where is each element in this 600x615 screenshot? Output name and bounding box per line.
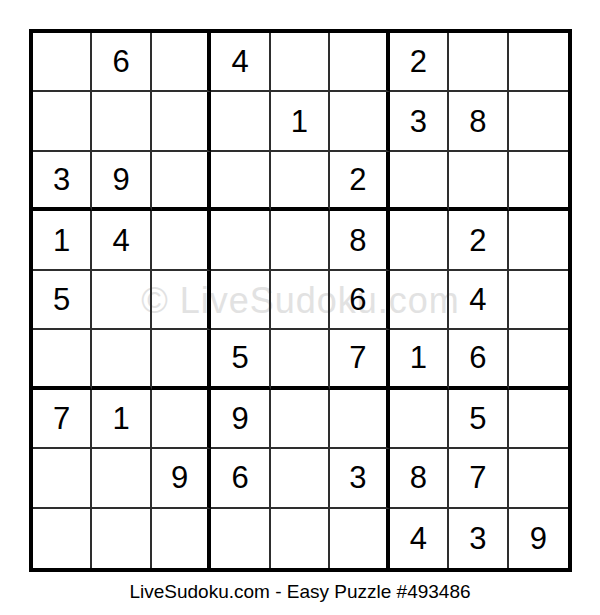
cell-r6c2[interactable] <box>92 330 151 389</box>
cell-r4c6[interactable]: 8 <box>330 211 389 270</box>
cell-r5c5[interactable] <box>271 271 330 330</box>
cell-r1c4[interactable]: 4 <box>211 33 270 92</box>
cell-r3c6[interactable]: 2 <box>330 152 389 211</box>
sudoku-page: © LiveSudoku.com 64213839214825645716719… <box>0 0 600 615</box>
cell-r1c1[interactable] <box>33 33 92 92</box>
cell-r3c1[interactable]: 3 <box>33 152 92 211</box>
cell-r9c2[interactable] <box>92 509 151 568</box>
cell-r6c3[interactable] <box>152 330 211 389</box>
cell-r5c1[interactable]: 5 <box>33 271 92 330</box>
cell-r4c4[interactable] <box>211 211 270 270</box>
cell-r2c6[interactable] <box>330 92 389 151</box>
cell-r3c4[interactable] <box>211 152 270 211</box>
cell-r1c3[interactable] <box>152 33 211 92</box>
cell-r3c9[interactable] <box>509 152 568 211</box>
caption: LiveSudoku.com - Easy Puzzle #493486 <box>0 581 600 603</box>
cell-r8c4[interactable]: 6 <box>211 449 270 508</box>
cell-r8c5[interactable] <box>271 449 330 508</box>
cell-r1c7[interactable]: 2 <box>390 33 449 92</box>
cell-r3c3[interactable] <box>152 152 211 211</box>
cell-r7c6[interactable] <box>330 390 389 449</box>
cell-r7c1[interactable]: 7 <box>33 390 92 449</box>
cell-r5c7[interactable] <box>390 271 449 330</box>
cell-r4c9[interactable] <box>509 211 568 270</box>
cell-r7c9[interactable] <box>509 390 568 449</box>
cell-r8c8[interactable]: 7 <box>449 449 508 508</box>
cell-r5c8[interactable]: 4 <box>449 271 508 330</box>
cell-r7c4[interactable]: 9 <box>211 390 270 449</box>
cell-r7c2[interactable]: 1 <box>92 390 151 449</box>
cell-r4c8[interactable]: 2 <box>449 211 508 270</box>
cell-r6c7[interactable]: 1 <box>390 330 449 389</box>
cell-r5c2[interactable] <box>92 271 151 330</box>
cell-r5c3[interactable] <box>152 271 211 330</box>
cell-r9c6[interactable] <box>330 509 389 568</box>
cell-r7c3[interactable] <box>152 390 211 449</box>
cell-r6c9[interactable] <box>509 330 568 389</box>
cell-r8c9[interactable] <box>509 449 568 508</box>
sudoku-grid: 64213839214825645716719596387439 <box>33 33 568 568</box>
cell-r6c8[interactable]: 6 <box>449 330 508 389</box>
cell-r2c5[interactable]: 1 <box>271 92 330 151</box>
cell-r2c3[interactable] <box>152 92 211 151</box>
cell-r9c3[interactable] <box>152 509 211 568</box>
cell-r2c1[interactable] <box>33 92 92 151</box>
cell-r2c9[interactable] <box>509 92 568 151</box>
cell-r4c7[interactable] <box>390 211 449 270</box>
cell-r2c8[interactable]: 8 <box>449 92 508 151</box>
cell-r4c5[interactable] <box>271 211 330 270</box>
cell-r9c5[interactable] <box>271 509 330 568</box>
cell-r9c9[interactable]: 9 <box>509 509 568 568</box>
cell-r6c4[interactable]: 5 <box>211 330 270 389</box>
cell-r8c6[interactable]: 3 <box>330 449 389 508</box>
cell-r5c4[interactable] <box>211 271 270 330</box>
cell-r3c5[interactable] <box>271 152 330 211</box>
cell-r1c8[interactable] <box>449 33 508 92</box>
cell-r9c4[interactable] <box>211 509 270 568</box>
cell-r9c7[interactable]: 4 <box>390 509 449 568</box>
cell-r9c1[interactable] <box>33 509 92 568</box>
cell-r3c2[interactable]: 9 <box>92 152 151 211</box>
cell-r7c5[interactable] <box>271 390 330 449</box>
cell-r8c1[interactable] <box>33 449 92 508</box>
cell-r2c7[interactable]: 3 <box>390 92 449 151</box>
cell-r7c7[interactable] <box>390 390 449 449</box>
cell-r8c2[interactable] <box>92 449 151 508</box>
cell-r6c1[interactable] <box>33 330 92 389</box>
sudoku-board: © LiveSudoku.com 64213839214825645716719… <box>29 29 572 572</box>
cell-r8c7[interactable]: 8 <box>390 449 449 508</box>
cell-r4c1[interactable]: 1 <box>33 211 92 270</box>
cell-r8c3[interactable]: 9 <box>152 449 211 508</box>
cell-r4c2[interactable]: 4 <box>92 211 151 270</box>
cell-r1c9[interactable] <box>509 33 568 92</box>
cell-r9c8[interactable]: 3 <box>449 509 508 568</box>
cell-r7c8[interactable]: 5 <box>449 390 508 449</box>
cell-r3c8[interactable] <box>449 152 508 211</box>
cell-r3c7[interactable] <box>390 152 449 211</box>
cell-r6c6[interactable]: 7 <box>330 330 389 389</box>
cell-r4c3[interactable] <box>152 211 211 270</box>
cell-r5c6[interactable]: 6 <box>330 271 389 330</box>
cell-r2c4[interactable] <box>211 92 270 151</box>
cell-r5c9[interactable] <box>509 271 568 330</box>
cell-r1c5[interactable] <box>271 33 330 92</box>
cell-r2c2[interactable] <box>92 92 151 151</box>
cell-r1c6[interactable] <box>330 33 389 92</box>
cell-r6c5[interactable] <box>271 330 330 389</box>
cell-r1c2[interactable]: 6 <box>92 33 151 92</box>
